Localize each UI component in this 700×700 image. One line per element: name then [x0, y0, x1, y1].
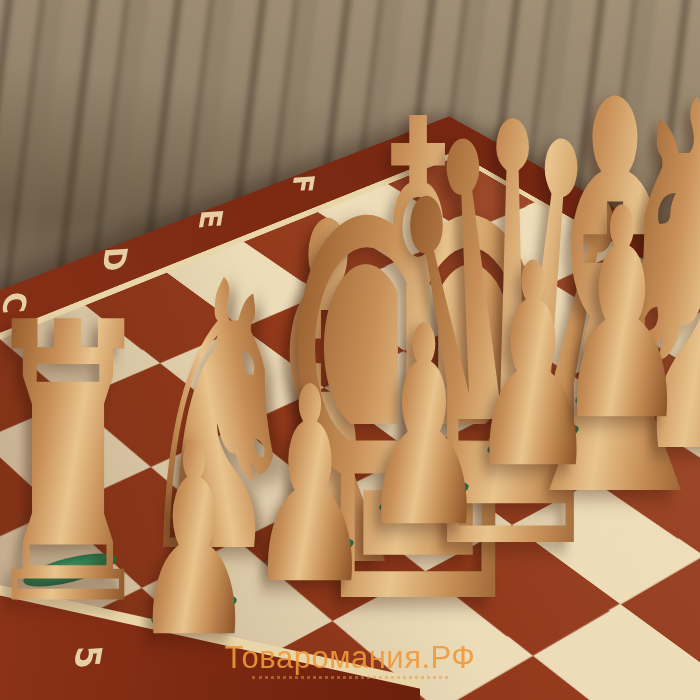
watermark: Товаромания.РФ	[225, 640, 476, 676]
white-pawn: ♟	[247, 352, 373, 622]
white-pawn: ♟	[132, 409, 256, 674]
watermark-dotted-underline	[252, 676, 448, 679]
white-pawn: ♟	[554, 171, 689, 461]
chess-set-product-photo: C D E F 5 ♜ ♞ ♝ ♚ ♛ ♝ ♞ ♟ ♟ ♟ ♟ ♟ Товаро…	[0, 0, 700, 700]
